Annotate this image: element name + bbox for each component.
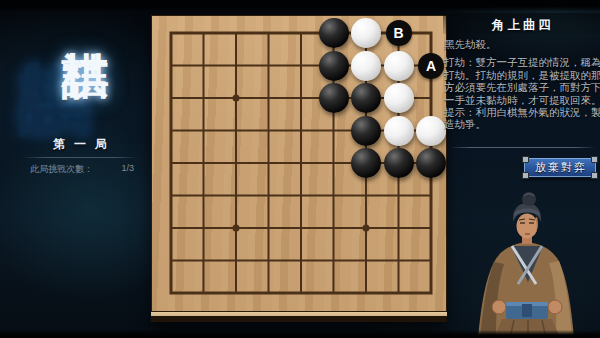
description-line: 一手並未黏劫時，才可提取回來。 [444, 94, 600, 106]
description-line: 造劫爭。 [444, 118, 600, 130]
npc-character-portrait [452, 190, 600, 338]
white-stone [351, 51, 381, 81]
right-divider [449, 147, 596, 148]
description-line: 提示：利用白棋無外氣的狀況，製 [444, 106, 600, 118]
white-stone [384, 116, 414, 146]
button-corner-stud [522, 156, 529, 163]
button-corner-stud [591, 156, 598, 163]
button-corner-stud [591, 172, 598, 179]
button-corner-stud [522, 172, 529, 179]
black-stone [351, 148, 381, 178]
attempts-row: 此局挑戰次數： 1/3 [30, 163, 134, 176]
black-stone [319, 51, 349, 81]
description-line: 打劫。打劫的規則，是被提取的那 [444, 69, 600, 81]
white-stone [416, 116, 446, 146]
board-bottom-edge [151, 316, 447, 322]
black-stone [319, 18, 349, 48]
black-stone [351, 83, 381, 113]
attempts-value: 1/3 [121, 163, 134, 176]
move-option-a[interactable]: A [418, 53, 444, 79]
move-option-b[interactable]: B [386, 20, 412, 46]
round-label: 第一局 [0, 136, 160, 153]
game-screen: 詰棋 詰棋 第一局 此局挑戰次數： 1/3 BA 角上曲四 黑先劫殺。打劫：雙方… [0, 0, 600, 338]
black-stone [351, 116, 381, 146]
description-line: 打劫：雙方一子互提的情況，稱為 [444, 56, 600, 68]
go-board[interactable]: BA [151, 15, 447, 322]
black-stone [319, 83, 349, 113]
puzzle-logo-calligraphy: 詰棋 詰棋 [18, 6, 143, 146]
white-stone [384, 51, 414, 81]
white-stone [384, 83, 414, 113]
white-stone [351, 18, 381, 48]
left-divider [22, 157, 138, 158]
attempts-label: 此局挑戰次數： [30, 163, 93, 176]
puzzle-description: 黑先劫殺。打劫：雙方一子互提的情況，稱為打劫。打劫的規則，是被提取的那方必須要先… [444, 38, 600, 131]
forfeit-button[interactable]: 放棄對弈 [523, 157, 597, 178]
description-line: 方必須要先在別處落子，而對方下 [444, 81, 600, 93]
black-stone [416, 148, 446, 178]
board-grid-area[interactable]: BA [169, 31, 433, 295]
puzzle-title: 角上曲四 [443, 17, 600, 34]
description-line: 黑先劫殺。 [444, 38, 600, 50]
black-stone [384, 148, 414, 178]
